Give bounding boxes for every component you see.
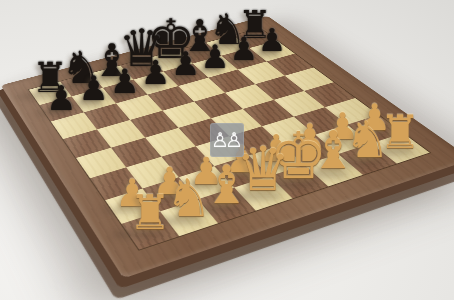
photo-stage: ♜♞♝♚♛♝♞♜♟♟♟♟♟♟♟♟♟♟♟♟♟♟♟♟♜♞♝♚♛♝♞♜ ♙♙ [0,0,454,300]
watermark-pawns-icon: ♙♙ [211,130,243,150]
watermark-badge: ♙♙ [210,123,244,157]
